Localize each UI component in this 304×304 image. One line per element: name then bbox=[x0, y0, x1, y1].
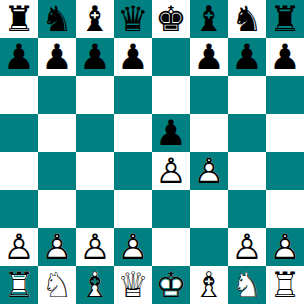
piece-black-bishop[interactable]: ♝ bbox=[76, 0, 114, 38]
square-h7[interactable]: ♟ bbox=[266, 38, 304, 76]
square-e1[interactable]: ♚♔ bbox=[152, 266, 190, 304]
square-g6[interactable] bbox=[228, 76, 266, 114]
piece-black-king[interactable]: ♚ bbox=[152, 0, 190, 38]
square-g1[interactable]: ♞♘ bbox=[228, 266, 266, 304]
square-a7[interactable]: ♟ bbox=[0, 38, 38, 76]
square-h1[interactable]: ♜♖ bbox=[266, 266, 304, 304]
square-b8[interactable]: ♞ bbox=[38, 0, 76, 38]
square-f1[interactable]: ♝♗ bbox=[190, 266, 228, 304]
white-queen-outline-icon: ♕ bbox=[114, 266, 152, 304]
piece-black-rook[interactable]: ♜ bbox=[266, 0, 304, 38]
piece-black-pawn[interactable]: ♟ bbox=[152, 114, 190, 152]
square-e2[interactable] bbox=[152, 228, 190, 266]
square-e5[interactable]: ♟ bbox=[152, 114, 190, 152]
square-h5[interactable] bbox=[266, 114, 304, 152]
piece-white-queen[interactable]: ♛♕ bbox=[114, 266, 152, 304]
white-knight-outline-icon: ♘ bbox=[38, 266, 76, 304]
square-a5[interactable] bbox=[0, 114, 38, 152]
piece-white-king[interactable]: ♚♔ bbox=[152, 266, 190, 304]
black-knight-icon: ♞ bbox=[228, 0, 266, 38]
square-f4[interactable]: ♟♙ bbox=[190, 152, 228, 190]
white-rook-outline-icon: ♖ bbox=[266, 266, 304, 304]
piece-white-pawn[interactable]: ♟♙ bbox=[38, 228, 76, 266]
piece-black-pawn[interactable]: ♟ bbox=[38, 38, 76, 76]
white-pawn-outline-icon: ♙ bbox=[152, 152, 190, 190]
square-d2[interactable]: ♟♙ bbox=[114, 228, 152, 266]
white-pawn-outline-icon: ♙ bbox=[114, 228, 152, 266]
square-g5[interactable] bbox=[228, 114, 266, 152]
square-b6[interactable] bbox=[38, 76, 76, 114]
square-f8[interactable]: ♝ bbox=[190, 0, 228, 38]
white-pawn-outline-icon: ♙ bbox=[38, 228, 76, 266]
piece-white-pawn[interactable]: ♟♙ bbox=[190, 152, 228, 190]
black-pawn-icon: ♟ bbox=[190, 38, 228, 76]
piece-white-bishop[interactable]: ♝♗ bbox=[190, 266, 228, 304]
square-f2[interactable] bbox=[190, 228, 228, 266]
square-a4[interactable] bbox=[0, 152, 38, 190]
square-h3[interactable] bbox=[266, 190, 304, 228]
square-e3[interactable] bbox=[152, 190, 190, 228]
piece-white-pawn[interactable]: ♟♙ bbox=[114, 228, 152, 266]
square-b3[interactable] bbox=[38, 190, 76, 228]
black-queen-icon: ♛ bbox=[114, 0, 152, 38]
square-a8[interactable]: ♜ bbox=[0, 0, 38, 38]
square-h2[interactable]: ♟♙ bbox=[266, 228, 304, 266]
black-pawn-icon: ♟ bbox=[0, 38, 38, 76]
white-pawn-outline-icon: ♙ bbox=[190, 152, 228, 190]
square-a3[interactable] bbox=[0, 190, 38, 228]
piece-black-knight[interactable]: ♞ bbox=[38, 0, 76, 38]
piece-white-bishop[interactable]: ♝♗ bbox=[76, 266, 114, 304]
piece-black-pawn[interactable]: ♟ bbox=[190, 38, 228, 76]
black-bishop-icon: ♝ bbox=[190, 0, 228, 38]
square-e6[interactable] bbox=[152, 76, 190, 114]
square-g4[interactable] bbox=[228, 152, 266, 190]
white-pawn-outline-icon: ♙ bbox=[266, 228, 304, 266]
piece-white-rook[interactable]: ♜♖ bbox=[266, 266, 304, 304]
square-c3[interactable] bbox=[76, 190, 114, 228]
square-b2[interactable]: ♟♙ bbox=[38, 228, 76, 266]
black-pawn-icon: ♟ bbox=[228, 38, 266, 76]
black-pawn-icon: ♟ bbox=[38, 38, 76, 76]
square-d5[interactable] bbox=[114, 114, 152, 152]
square-b4[interactable] bbox=[38, 152, 76, 190]
black-pawn-icon: ♟ bbox=[152, 114, 190, 152]
square-b7[interactable]: ♟ bbox=[38, 38, 76, 76]
square-e8[interactable]: ♚ bbox=[152, 0, 190, 38]
square-b1[interactable]: ♞♘ bbox=[38, 266, 76, 304]
white-pawn-outline-icon: ♙ bbox=[0, 228, 38, 266]
piece-black-pawn[interactable]: ♟ bbox=[266, 38, 304, 76]
piece-black-knight[interactable]: ♞ bbox=[228, 0, 266, 38]
square-d6[interactable] bbox=[114, 76, 152, 114]
square-c5[interactable] bbox=[76, 114, 114, 152]
piece-white-pawn[interactable]: ♟♙ bbox=[228, 228, 266, 266]
square-e4[interactable]: ♟♙ bbox=[152, 152, 190, 190]
square-h4[interactable] bbox=[266, 152, 304, 190]
square-g7[interactable]: ♟ bbox=[228, 38, 266, 76]
square-e7[interactable] bbox=[152, 38, 190, 76]
square-c7[interactable]: ♟ bbox=[76, 38, 114, 76]
piece-white-pawn[interactable]: ♟♙ bbox=[76, 228, 114, 266]
square-d1[interactable]: ♛♕ bbox=[114, 266, 152, 304]
piece-black-pawn[interactable]: ♟ bbox=[228, 38, 266, 76]
white-pawn-outline-icon: ♙ bbox=[76, 228, 114, 266]
white-rook-outline-icon: ♖ bbox=[0, 266, 38, 304]
black-pawn-icon: ♟ bbox=[114, 38, 152, 76]
square-c4[interactable] bbox=[76, 152, 114, 190]
square-g3[interactable] bbox=[228, 190, 266, 228]
square-a6[interactable] bbox=[0, 76, 38, 114]
square-c8[interactable]: ♝ bbox=[76, 0, 114, 38]
black-rook-icon: ♜ bbox=[266, 0, 304, 38]
square-f3[interactable] bbox=[190, 190, 228, 228]
black-pawn-icon: ♟ bbox=[266, 38, 304, 76]
piece-white-rook[interactable]: ♜♖ bbox=[0, 266, 38, 304]
square-d3[interactable] bbox=[114, 190, 152, 228]
piece-black-pawn[interactable]: ♟ bbox=[76, 38, 114, 76]
white-bishop-outline-icon: ♗ bbox=[76, 266, 114, 304]
square-h8[interactable]: ♜ bbox=[266, 0, 304, 38]
square-f6[interactable] bbox=[190, 76, 228, 114]
square-a2[interactable]: ♟♙ bbox=[0, 228, 38, 266]
black-bishop-icon: ♝ bbox=[76, 0, 114, 38]
piece-white-pawn[interactable]: ♟♙ bbox=[152, 152, 190, 190]
white-king-outline-icon: ♔ bbox=[152, 266, 190, 304]
square-g8[interactable]: ♞ bbox=[228, 0, 266, 38]
piece-white-pawn[interactable]: ♟♙ bbox=[0, 228, 38, 266]
square-d4[interactable] bbox=[114, 152, 152, 190]
piece-white-knight[interactable]: ♞♘ bbox=[38, 266, 76, 304]
square-c1[interactable]: ♝♗ bbox=[76, 266, 114, 304]
black-rook-icon: ♜ bbox=[0, 0, 38, 38]
square-d8[interactable]: ♛ bbox=[114, 0, 152, 38]
white-bishop-outline-icon: ♗ bbox=[190, 266, 228, 304]
piece-black-queen[interactable]: ♛ bbox=[114, 0, 152, 38]
piece-black-rook[interactable]: ♜ bbox=[0, 0, 38, 38]
square-c6[interactable] bbox=[76, 76, 114, 114]
piece-white-pawn[interactable]: ♟♙ bbox=[266, 228, 304, 266]
square-a1[interactable]: ♜♖ bbox=[0, 266, 38, 304]
black-pawn-icon: ♟ bbox=[76, 38, 114, 76]
piece-white-knight[interactable]: ♞♘ bbox=[228, 266, 266, 304]
black-king-icon: ♚ bbox=[152, 0, 190, 38]
square-h6[interactable] bbox=[266, 76, 304, 114]
white-pawn-outline-icon: ♙ bbox=[228, 228, 266, 266]
piece-black-pawn[interactable]: ♟ bbox=[0, 38, 38, 76]
black-knight-icon: ♞ bbox=[38, 0, 76, 38]
square-d7[interactable]: ♟ bbox=[114, 38, 152, 76]
piece-black-bishop[interactable]: ♝ bbox=[190, 0, 228, 38]
square-b5[interactable] bbox=[38, 114, 76, 152]
piece-black-pawn[interactable]: ♟ bbox=[114, 38, 152, 76]
square-f5[interactable] bbox=[190, 114, 228, 152]
square-c2[interactable]: ♟♙ bbox=[76, 228, 114, 266]
square-g2[interactable]: ♟♙ bbox=[228, 228, 266, 266]
chess-board: ♜♞♝♛♚♝♞♜♟♟♟♟♟♟♟♟♟♙♟♙♟♙♟♙♟♙♟♙♟♙♟♙♜♖♞♘♝♗♛♕… bbox=[0, 0, 304, 304]
white-knight-outline-icon: ♘ bbox=[228, 266, 266, 304]
square-f7[interactable]: ♟ bbox=[190, 38, 228, 76]
